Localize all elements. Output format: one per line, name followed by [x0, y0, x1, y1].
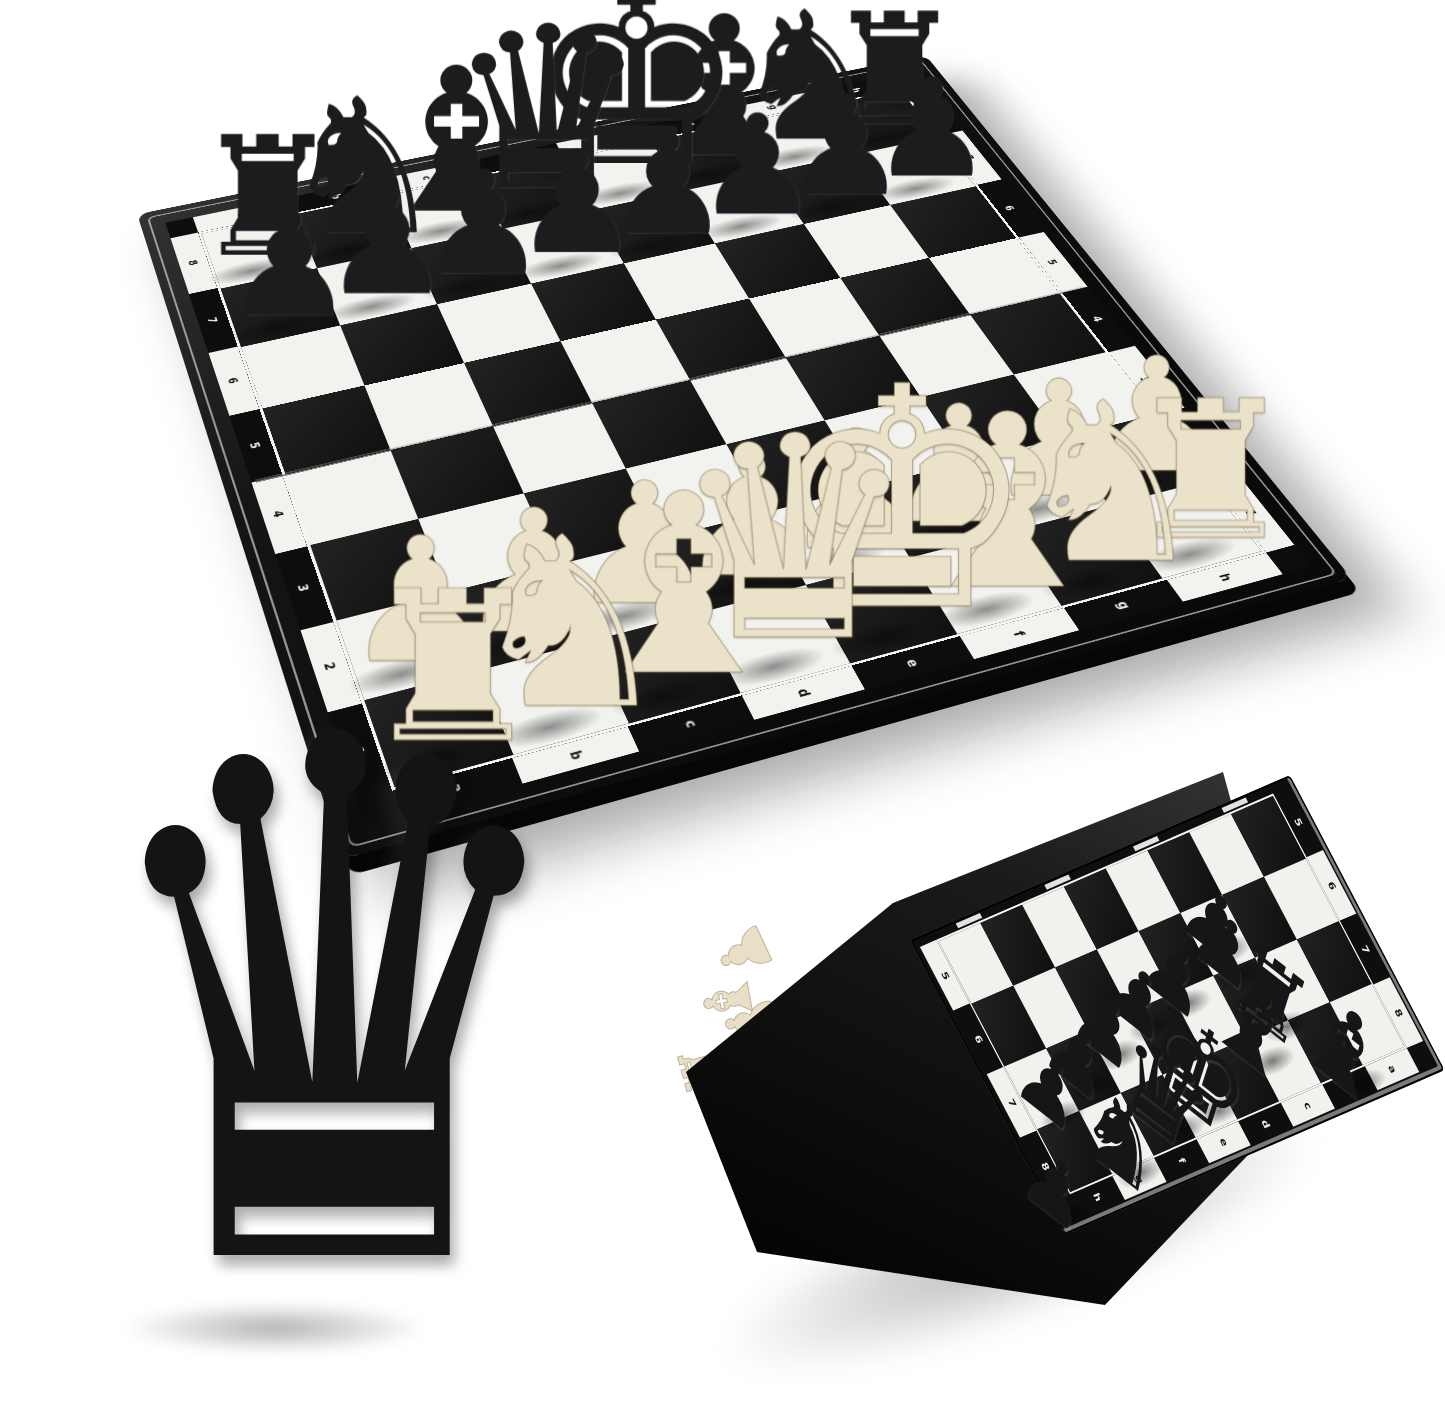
- black-queen-figure: ♛: [30, 742, 510, 1382]
- black-queen-icon: ♛: [83, 646, 457, 1366]
- product-photo-canvas: abcdefgh abcdefgh 87654321 87654321 ♜♞♝♛…: [0, 0, 1445, 1402]
- square-a7: ♟: [221, 268, 340, 347]
